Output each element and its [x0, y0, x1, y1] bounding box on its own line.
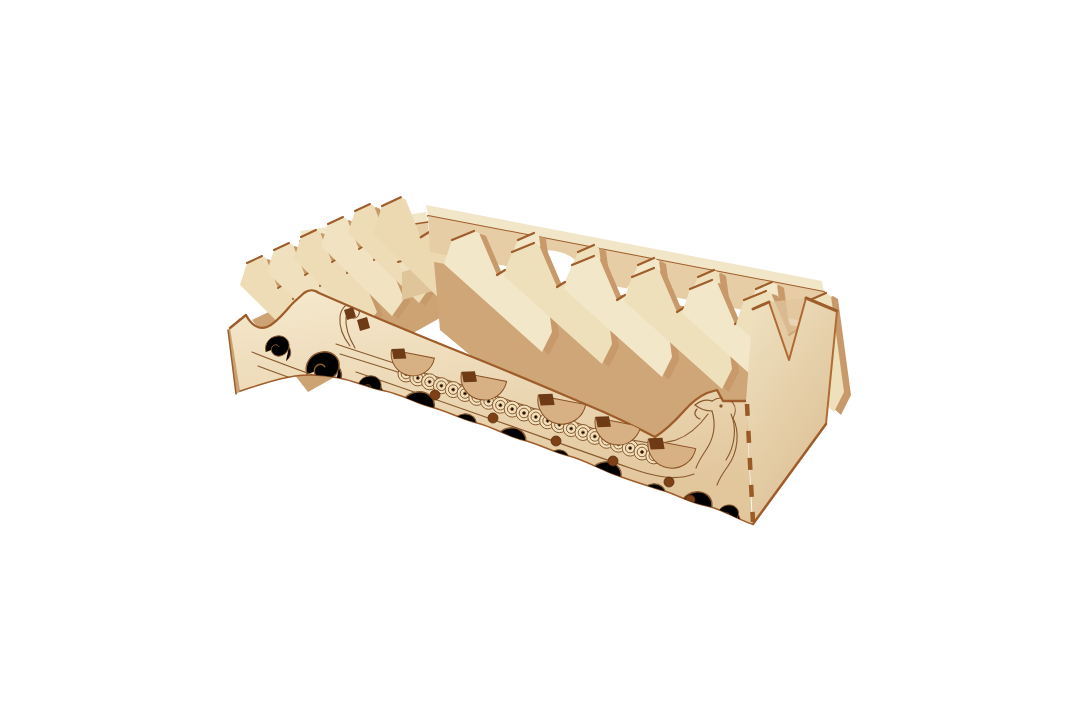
- product-photo: Laser-cut plywood board game box insert: [0, 0, 1080, 720]
- photo-canvas: Laser-cut plywood board game box insert: [0, 0, 1080, 720]
- insert-illustration: Laser-cut plywood board game box insert: [0, 0, 1080, 720]
